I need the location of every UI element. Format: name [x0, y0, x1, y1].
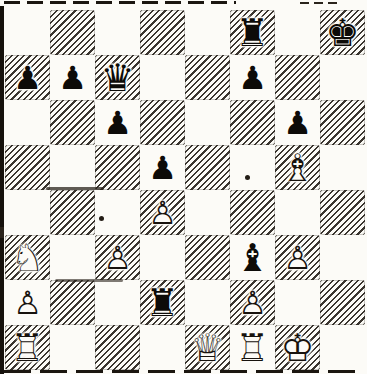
square-h6 [320, 100, 365, 145]
square-g5: ♝♗ [275, 145, 320, 190]
square-h2 [320, 280, 365, 325]
square-f1: ♜♖ [230, 325, 275, 370]
square-a8 [5, 10, 50, 55]
square-g8 [275, 10, 320, 55]
piece-white-queen: ♛♕ [185, 325, 230, 370]
square-h8: ♚ [320, 10, 365, 55]
scan-artifact-mid-smudge [46, 187, 104, 190]
square-c7: ♛ [95, 55, 140, 100]
scan-artifact-dot-f5 [245, 175, 250, 180]
square-a7: ♟ [5, 55, 50, 100]
piece-black-queen: ♛ [95, 55, 140, 100]
square-e4 [185, 190, 230, 235]
square-g2 [275, 280, 320, 325]
square-c2 [95, 280, 140, 325]
square-h4 [320, 190, 365, 235]
piece-black-bishop: ♝ [230, 235, 275, 280]
square-a2: ♟♙ [5, 280, 50, 325]
piece-black-pawn: ♟ [50, 55, 95, 100]
square-h7 [320, 55, 365, 100]
square-e8 [185, 10, 230, 55]
scan-artifact-dot-c4 [99, 216, 104, 221]
square-c4 [95, 190, 140, 235]
piece-white-pawn: ♟♙ [140, 190, 185, 235]
square-d4: ♟♙ [140, 190, 185, 235]
square-g3: ♟♙ [275, 235, 320, 280]
piece-white-king: ♚♔ [275, 325, 320, 370]
square-c3: ♟♙ [95, 235, 140, 280]
square-c8 [95, 10, 140, 55]
square-h3 [320, 235, 365, 280]
square-e5 [185, 145, 230, 190]
square-f8: ♜ [230, 10, 275, 55]
square-g4 [275, 190, 320, 235]
square-g1: ♚♔ [275, 325, 320, 370]
square-e6 [185, 100, 230, 145]
piece-black-pawn: ♟ [5, 55, 50, 100]
square-d6 [140, 100, 185, 145]
piece-white-rook: ♜♖ [230, 325, 275, 370]
square-a3: ♞♘ [5, 235, 50, 280]
square-b6 [50, 100, 95, 145]
piece-black-pawn: ♟ [140, 145, 185, 190]
square-d2: ♜ [140, 280, 185, 325]
piece-white-knight: ♞♘ [5, 235, 50, 280]
scan-left-border [0, 6, 4, 374]
square-e7 [185, 55, 230, 100]
piece-black-rook: ♜ [140, 280, 185, 325]
square-b4 [50, 190, 95, 235]
piece-white-pawn: ♟♙ [5, 280, 50, 325]
square-f2: ♟♙ [230, 280, 275, 325]
square-a5 [5, 145, 50, 190]
square-f5 [230, 145, 275, 190]
piece-white-bishop: ♝♗ [275, 145, 320, 190]
square-d8 [140, 10, 185, 55]
chess-board: ♜♚♟♟♛♟♟♟♟♝♗♟♙♞♘♟♙♝♟♙♟♙♜♟♙♜♖♛♕♜♖♚♔ [5, 10, 365, 370]
piece-white-pawn: ♟♙ [230, 280, 275, 325]
square-d5: ♟ [140, 145, 185, 190]
square-d7 [140, 55, 185, 100]
piece-black-pawn: ♟ [275, 100, 320, 145]
piece-white-rook: ♜♖ [5, 325, 50, 370]
square-d3 [140, 235, 185, 280]
square-c1 [95, 325, 140, 370]
square-g7 [275, 55, 320, 100]
piece-black-pawn: ♟ [230, 55, 275, 100]
square-f6 [230, 100, 275, 145]
square-e3 [185, 235, 230, 280]
scan-artifact-bottom-streak [4, 370, 362, 373]
square-b8 [50, 10, 95, 55]
square-e1: ♛♕ [185, 325, 230, 370]
square-f7: ♟ [230, 55, 275, 100]
square-f4 [230, 190, 275, 235]
piece-black-pawn: ♟ [95, 100, 140, 145]
piece-black-rook: ♜ [230, 10, 275, 55]
scan-artifact-top-right-streak [300, 2, 342, 4]
piece-black-king: ♚ [320, 10, 365, 55]
square-b7: ♟ [50, 55, 95, 100]
square-d1 [140, 325, 185, 370]
square-a4 [5, 190, 50, 235]
square-b2 [50, 280, 95, 325]
piece-white-pawn: ♟♙ [275, 235, 320, 280]
square-c5 [95, 145, 140, 190]
square-g6: ♟ [275, 100, 320, 145]
scan-artifact-low-smudge [55, 279, 123, 282]
square-b5 [50, 145, 95, 190]
square-b1 [50, 325, 95, 370]
square-c6: ♟ [95, 100, 140, 145]
square-h1 [320, 325, 365, 370]
square-f3: ♝ [230, 235, 275, 280]
square-h5 [320, 145, 365, 190]
scan-artifact-top-streak [4, 1, 236, 4]
square-e2 [185, 280, 230, 325]
piece-white-pawn: ♟♙ [95, 235, 140, 280]
square-a6 [5, 100, 50, 145]
square-a1: ♜♖ [5, 325, 50, 370]
square-b3 [50, 235, 95, 280]
